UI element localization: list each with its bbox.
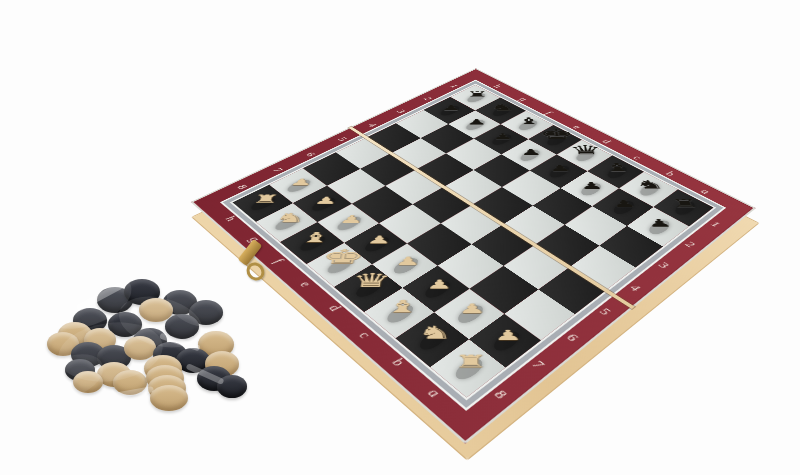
rank-label-5: 5 (580, 295, 631, 330)
file-label-e: e (562, 119, 590, 135)
square-g2[interactable]: ♟ (448, 110, 501, 138)
rank-label-2: 2 (411, 90, 445, 108)
square-c2[interactable]: ♟ (560, 171, 619, 206)
square-d1[interactable]: ♛ (557, 140, 613, 171)
file-label-h: h (483, 80, 511, 94)
rank-label-2: 2 (667, 230, 715, 259)
black-knight-g1[interactable]: ♞ (486, 103, 520, 112)
board-plane: 87654321 87654321 hgfedcba hgfedcba ♜♟♟♜… (191, 68, 757, 444)
square-c7[interactable]: ♟ (402, 265, 470, 312)
rank-labels-back: 87654321 (218, 77, 473, 201)
square-d6[interactable] (407, 224, 471, 266)
square-b6[interactable] (470, 266, 538, 313)
black-knight-b1[interactable]: ♞ (629, 179, 671, 191)
white-knight-b8[interactable]: ♞ (411, 323, 460, 341)
square-b3[interactable] (564, 206, 626, 245)
rank-label-6: 6 (547, 319, 599, 356)
square-a4[interactable] (569, 246, 635, 291)
file-labels-right: hgfedcba (478, 77, 729, 206)
square-b7[interactable]: ♟ (434, 289, 504, 340)
white-bishop-c8[interactable]: ♝ (378, 297, 426, 314)
square-g1[interactable]: ♞ (475, 98, 526, 125)
file-label-g: g (508, 92, 536, 107)
rank-label-8: 8 (225, 175, 261, 199)
black-pawn-e2[interactable]: ♟ (513, 148, 551, 156)
square-c6[interactable] (437, 244, 503, 288)
rank-label-5: 5 (325, 129, 360, 150)
square-d3[interactable] (502, 171, 561, 206)
black-pawn-a2[interactable]: ♟ (638, 218, 682, 228)
square-b4[interactable] (535, 225, 599, 267)
square-b1[interactable]: ♞ (619, 172, 678, 207)
rank-label-1: 1 (692, 211, 739, 238)
checkers-bag (30, 282, 250, 447)
file-label-e: e (283, 271, 326, 297)
square-h1[interactable]: ♜ (450, 85, 500, 111)
square-d2[interactable]: ♟ (530, 155, 587, 188)
square-e7[interactable]: ♟ (344, 223, 408, 265)
square-f7[interactable]: ♟ (317, 204, 379, 243)
wood-edge (193, 83, 759, 459)
square-g3[interactable] (420, 124, 474, 154)
file-label-d: d (311, 294, 356, 322)
rank-label-6: 6 (293, 144, 328, 166)
square-f4[interactable] (416, 154, 473, 187)
file-label-f: f (535, 106, 562, 120)
white-pawn-a7[interactable]: ♟ (484, 328, 533, 342)
square-h8[interactable]: ♜ (233, 185, 293, 222)
square-f2[interactable]: ♟ (474, 124, 528, 154)
square-c5[interactable] (471, 224, 535, 266)
square-h6[interactable] (303, 153, 360, 186)
file-label-c: c (342, 320, 387, 350)
white-queen-d8[interactable]: ♛ (348, 271, 395, 290)
white-rook-h8[interactable]: ♜ (245, 193, 288, 204)
square-b8[interactable]: ♞ (396, 313, 469, 367)
black-rook-a1[interactable]: ♜ (663, 198, 707, 209)
rank-label-7: 7 (260, 159, 295, 182)
rank-label-3: 3 (384, 102, 418, 121)
square-a7[interactable]: ♟ (468, 314, 541, 368)
chessboard: ♜♟♟♜♞♟♟♞♝♟♟♝♚♟♟♚♛♟♟♛♝♟♟♝♞♟♟♞♜♟♟♜ (233, 85, 714, 398)
square-a2[interactable]: ♟ (627, 207, 689, 247)
square-f3[interactable] (446, 139, 501, 170)
white-pawn-e7[interactable]: ♟ (357, 234, 401, 245)
file-label-c: c (623, 149, 651, 167)
square-h2[interactable]: ♟ (424, 97, 475, 124)
black-bishop-c1[interactable]: ♝ (597, 162, 637, 173)
square-h3[interactable] (396, 110, 448, 138)
rank-label-4: 4 (355, 115, 389, 135)
black-pawn-b2[interactable]: ♟ (604, 199, 646, 209)
file-label-d: d (591, 133, 620, 150)
rank-label-1: 1 (437, 78, 470, 95)
white-bishop-f8[interactable]: ♝ (293, 230, 338, 244)
square-e3[interactable] (473, 154, 530, 187)
board-fold-hinge (349, 127, 635, 309)
black-pawn-h2[interactable]: ♟ (434, 104, 468, 111)
product-photo: 87654321 87654321 hgfedcba hgfedcba ♜♟♟♜… (0, 0, 800, 475)
square-c3[interactable] (532, 188, 592, 225)
file-label-b: b (374, 347, 420, 380)
square-g5[interactable] (360, 153, 417, 186)
square-h5[interactable] (336, 138, 391, 169)
rank-label-7: 7 (512, 345, 565, 385)
file-label-h: h (209, 208, 251, 230)
square-e5[interactable] (412, 187, 472, 224)
white-pawn-c7[interactable]: ♟ (416, 278, 462, 290)
white-knight-g8[interactable]: ♞ (268, 211, 312, 224)
white-rook-a8[interactable]: ♜ (446, 353, 496, 371)
square-c4[interactable] (502, 206, 564, 245)
square-f1[interactable]: ♝ (501, 111, 554, 139)
square-e8[interactable]: ♚ (306, 243, 372, 287)
wooden-box-side (193, 83, 759, 459)
rank-label-4: 4 (611, 272, 661, 305)
black-queen-d1[interactable]: ♛ (567, 144, 606, 157)
board-scene: 87654321 87654321 hgfedcba hgfedcba ♜♟♟♜… (272, 5, 672, 405)
white-pawn-b7[interactable]: ♟ (449, 302, 496, 315)
square-a1[interactable]: ♜ (653, 189, 714, 226)
rank-label-8: 8 (474, 373, 528, 416)
wooden-checker-disc (150, 385, 188, 411)
white-pawn-f7[interactable]: ♟ (330, 214, 373, 224)
square-e2[interactable]: ♟ (501, 139, 556, 170)
square-a3[interactable] (599, 226, 663, 268)
square-b5[interactable] (503, 245, 569, 289)
white-pawn-h7[interactable]: ♟ (281, 178, 322, 187)
black-pawn-g2[interactable]: ♟ (459, 118, 494, 125)
square-d7[interactable]: ♟ (372, 244, 438, 288)
square-d8[interactable]: ♛ (334, 265, 402, 312)
square-g4[interactable] (391, 138, 446, 169)
board-border: 87654321 87654321 hgfedcba hgfedcba ♜♟♟♜… (191, 68, 757, 444)
square-f5[interactable] (385, 169, 443, 204)
square-c8[interactable]: ♝ (364, 288, 434, 338)
white-pawn-d7[interactable]: ♟ (386, 256, 431, 268)
square-a8[interactable]: ♜ (430, 339, 505, 397)
white-pawn-g7[interactable]: ♟ (305, 196, 347, 206)
square-c1[interactable]: ♝ (587, 155, 644, 188)
white-king-e8[interactable]: ♚ (320, 247, 367, 266)
rank-labels-front: 87654321 (470, 209, 738, 419)
square-e1[interactable]: ♚ (528, 125, 582, 155)
square-h7[interactable]: ♟ (269, 168, 327, 203)
black-pawn-c2[interactable]: ♟ (572, 181, 613, 190)
file-label-b: b (655, 165, 684, 184)
square-g6[interactable] (327, 169, 385, 204)
square-a5[interactable] (538, 267, 606, 315)
square-d5[interactable] (441, 205, 503, 244)
square-a6[interactable] (504, 289, 574, 340)
square-e6[interactable] (379, 204, 441, 243)
square-b2[interactable]: ♟ (592, 189, 652, 226)
square-h4[interactable] (366, 123, 420, 153)
rank-label-3: 3 (639, 250, 688, 281)
black-bishop-f1[interactable]: ♝ (511, 116, 547, 126)
square-f6[interactable] (352, 186, 412, 223)
square-f8[interactable]: ♝ (280, 222, 343, 263)
black-rook-h1[interactable]: ♜ (461, 91, 494, 99)
file-label-a: a (690, 182, 719, 202)
file-label-a: a (409, 376, 456, 411)
square-d4[interactable] (472, 187, 532, 224)
square-g8[interactable]: ♞ (256, 203, 317, 242)
black-king-e1[interactable]: ♚ (538, 128, 576, 141)
square-e4[interactable] (443, 170, 501, 205)
square-g7[interactable]: ♟ (292, 185, 352, 222)
black-pawn-d2[interactable]: ♟ (541, 164, 580, 173)
black-pawn-f2[interactable]: ♟ (485, 133, 521, 141)
